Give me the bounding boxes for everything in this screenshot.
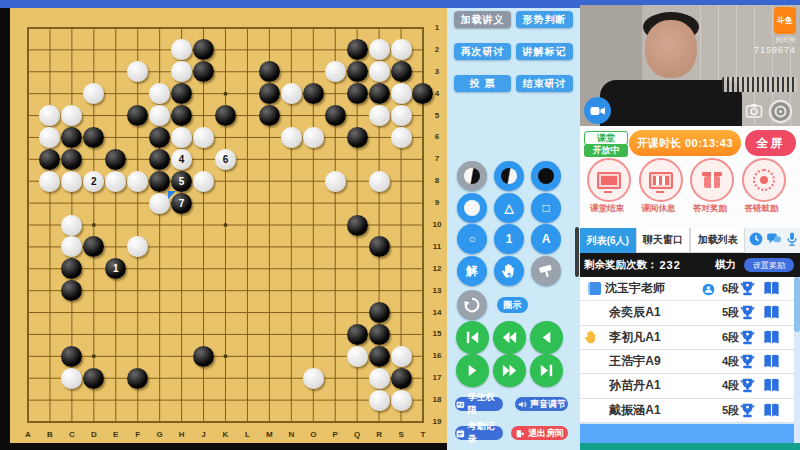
tool-white-stone[interactable] — [457, 193, 487, 223]
col-label-B: B — [44, 430, 56, 439]
tool-square-mark[interactable]: □ — [531, 193, 561, 223]
stone-black-H5[interactable] — [171, 105, 192, 126]
stone-white-S18[interactable] — [391, 390, 412, 411]
roster-tabs: 列表(6人)聊天窗口加载列表 — [580, 228, 800, 253]
list-scrollbar-thumb[interactable] — [794, 277, 800, 332]
stone-white-N6[interactable] — [281, 127, 302, 148]
book-icon[interactable] — [762, 401, 781, 424]
stone-black-M4[interactable] — [259, 83, 280, 104]
row-label-14: 14 — [429, 308, 445, 317]
row-label-3: 3 — [429, 67, 445, 76]
chat-icon[interactable] — [766, 231, 782, 251]
stone-black-S3[interactable] — [391, 61, 412, 82]
microphone-icon[interactable] — [784, 231, 800, 251]
quick-action-monitor-button[interactable] — [587, 158, 631, 202]
col-label-Q: Q — [351, 430, 363, 439]
student-rank: 6段 — [722, 326, 739, 349]
stone-white-H7[interactable]: 4 — [171, 149, 192, 170]
stone-black-H8[interactable]: 5 — [171, 171, 192, 192]
tool-half-stone-black-white[interactable] — [457, 161, 487, 191]
teacher-body — [600, 80, 742, 126]
student-name: 孙苗丹A1 — [585, 374, 685, 397]
room-number-watermark: 房间号 7159674 — [700, 35, 796, 55]
stone-white-D8[interactable]: 2 — [83, 171, 104, 192]
stone-black-S17[interactable] — [391, 368, 412, 389]
panel-button-4[interactable]: 讲解标记 — [516, 43, 573, 60]
stone-white-N4[interactable] — [281, 83, 302, 104]
col-label-G: G — [154, 430, 166, 439]
last-move-triangle-marker — [168, 191, 176, 199]
stone-white-R18[interactable] — [369, 390, 390, 411]
row-label-9: 9 — [429, 198, 445, 207]
bottom-teal-bar — [580, 443, 800, 450]
student-row-3[interactable]: 李初凡A16段 — [580, 326, 794, 350]
stone-white-J8[interactable] — [193, 171, 214, 192]
student-row-4[interactable]: 王浩宇A94段 — [580, 350, 794, 374]
stone-black-K5[interactable] — [215, 105, 236, 126]
bottom-black-strip — [0, 443, 447, 450]
col-label-S: S — [395, 430, 407, 439]
stone-white-S5[interactable] — [391, 105, 412, 126]
duration-time: 00:13:43 — [685, 137, 733, 149]
svg-text:5: 5 — [507, 272, 511, 279]
row-label-10: 10 — [429, 220, 445, 229]
student-name: 余奕辰A1 — [585, 301, 685, 324]
stone-black-Q6[interactable] — [347, 127, 368, 148]
trophy-icon[interactable] — [738, 352, 757, 375]
col-label-L: L — [241, 430, 253, 439]
stone-white-K7[interactable]: 6 — [215, 149, 236, 170]
row-label-5: 5 — [429, 111, 445, 120]
stone-black-Q4[interactable] — [347, 83, 368, 104]
reward-label: 剩余奖励次数： — [584, 258, 658, 272]
col-label-D: D — [88, 430, 100, 439]
col-label-E: E — [110, 430, 122, 439]
playback-skip-start[interactable] — [456, 321, 489, 354]
col-label-P: P — [329, 430, 341, 439]
stone-black-M5[interactable] — [259, 105, 280, 126]
trophy-icon[interactable] — [738, 401, 757, 424]
stone-black-E7[interactable] — [105, 149, 126, 170]
col-label-H: H — [176, 430, 188, 439]
student-name: 沈玉宇老师 — [585, 277, 685, 300]
room-number-label: 房间号 — [700, 35, 796, 45]
stone-white-Q16[interactable] — [347, 346, 368, 367]
reward-strip: 剩余奖励次数： 232 棋力 设置奖励 — [580, 253, 800, 277]
col-label-R: R — [373, 430, 385, 439]
col-label-K: K — [219, 430, 231, 439]
quick-action-label: 答错鼓励 — [736, 203, 788, 215]
teacher-webcam: 斗鱼 房间号 7159674 — [580, 5, 800, 126]
row-label-4: 4 — [429, 89, 445, 98]
fullscreen-button[interactable]: 全屏 — [745, 130, 796, 156]
stone-white-C17[interactable] — [61, 368, 82, 389]
student-rank: 4段 — [722, 350, 739, 373]
douyu-logo: 斗鱼 — [774, 7, 796, 34]
playback-rewind[interactable] — [493, 321, 526, 354]
tool-half-stone-white-black[interactable] — [494, 161, 524, 191]
stone-black-R14[interactable] — [369, 302, 390, 323]
col-label-F: F — [132, 430, 144, 439]
stone-black-P5[interactable] — [325, 105, 346, 126]
book-icon[interactable] — [762, 376, 781, 399]
stone-white-E8[interactable] — [105, 171, 126, 192]
stone-white-P8[interactable] — [325, 171, 346, 192]
stone-black-R11[interactable] — [369, 236, 390, 257]
student-rank: 6段 — [722, 277, 739, 300]
app-window: 462571 ABCDEFGHJKLMNOPQRST12345678910111… — [0, 0, 800, 450]
row-label-19: 19 — [429, 417, 445, 426]
panel-scrollbar[interactable] — [575, 227, 579, 277]
col-label-O: O — [307, 430, 319, 439]
stone-black-R16[interactable] — [369, 346, 390, 367]
stone-black-Q2[interactable] — [347, 39, 368, 60]
stone-black-M3[interactable] — [259, 61, 280, 82]
col-label-T: T — [417, 430, 429, 439]
panel-button-6[interactable]: 结束研讨 — [516, 75, 573, 92]
quick-action-medal-button[interactable] — [742, 158, 786, 202]
room-button-exit[interactable]: 退出房间 — [511, 426, 568, 440]
video-call-button[interactable] — [584, 97, 611, 124]
student-name: 戴振涵A1 — [585, 399, 685, 422]
tool-eraser-roller[interactable] — [531, 256, 561, 286]
row-label-8: 8 — [429, 176, 445, 185]
stone-white-C10[interactable] — [61, 215, 82, 236]
col-label-C: C — [66, 430, 78, 439]
stone-white-P3[interactable] — [325, 61, 346, 82]
strength-label: 棋力 — [715, 258, 736, 272]
student-row-6[interactable]: 戴振涵A15段 — [580, 399, 794, 423]
room-button-id-card[interactable]: 学生权限 — [455, 397, 503, 411]
stone-white-C8[interactable] — [61, 171, 82, 192]
student-rank: 5段 — [722, 399, 739, 422]
student-rank: 5段 — [722, 301, 739, 324]
col-label-A: A — [22, 430, 34, 439]
camcorder-icon — [588, 101, 608, 121]
stone-black-Q15[interactable] — [347, 324, 368, 345]
student-name: 李初凡A1 — [585, 326, 685, 349]
row-label-16: 16 — [429, 351, 445, 360]
stone-black-O4[interactable] — [303, 83, 324, 104]
col-label-N: N — [285, 430, 297, 439]
selected-empty-row[interactable] — [580, 424, 794, 443]
tool-answer[interactable]: 解 — [457, 256, 487, 286]
playback-step-back[interactable] — [530, 321, 563, 354]
student-list: 沈玉宇老师6段余奕辰A15段李初凡A16段王浩宇A94段孙苗丹A14段戴振涵A1… — [580, 277, 794, 423]
student-rank: 4段 — [722, 374, 739, 397]
panel-button-5[interactable]: 投 票 — [454, 75, 511, 92]
teacher-face — [645, 20, 697, 78]
stone-white-S16[interactable] — [391, 346, 412, 367]
row-label-12: 12 — [429, 264, 445, 273]
class-duration: 开课时长 00:13:43 — [629, 130, 741, 156]
panel-button-3[interactable]: 再次研讨 — [454, 43, 511, 60]
col-label-J: J — [198, 430, 210, 439]
student-name: 王浩宇A9 — [585, 350, 685, 373]
history-clock-icon[interactable] — [748, 231, 764, 251]
stone-black-J16[interactable] — [193, 346, 214, 367]
trophy-icon[interactable] — [738, 376, 757, 399]
row-label-15: 15 — [429, 329, 445, 338]
col-label-M: M — [263, 430, 275, 439]
stone-white-S2[interactable] — [391, 39, 412, 60]
stone-white-F8[interactable] — [127, 171, 148, 192]
row-label-11: 11 — [429, 242, 445, 251]
class-open-status: 开放中 — [584, 144, 628, 157]
trophy-icon[interactable] — [738, 303, 757, 326]
playback-skip-end[interactable] — [530, 354, 563, 387]
stone-black-G6[interactable] — [149, 127, 170, 148]
row-label-2: 2 — [429, 45, 445, 54]
book-icon[interactable] — [762, 328, 781, 351]
stone-white-R2[interactable] — [369, 39, 390, 60]
stone-black-G7[interactable] — [149, 149, 170, 170]
stone-white-S6[interactable] — [391, 127, 412, 148]
tab-3[interactable]: 加载列表 — [690, 228, 745, 253]
circle-mark-button[interactable]: 圈示 — [497, 297, 528, 313]
tool-refresh[interactable] — [457, 290, 487, 320]
quick-action-gift-button[interactable] — [690, 158, 734, 202]
class-info-bar: 课堂 开放中 开课时长 00:13:43 全屏 课堂结束课间休息答对奖励答错鼓励 — [580, 126, 800, 231]
class-badge: 课堂 — [584, 131, 628, 145]
trophy-icon[interactable] — [738, 279, 757, 302]
stone-white-R8[interactable] — [369, 171, 390, 192]
stone-white-S4[interactable] — [391, 83, 412, 104]
book-icon[interactable] — [762, 303, 781, 326]
board-left-black-bar — [0, 8, 10, 443]
quick-action-label: 课间休息 — [633, 203, 685, 215]
stone-white-R3[interactable] — [369, 61, 390, 82]
row-label-18: 18 — [429, 395, 445, 404]
stone-white-O17[interactable] — [303, 368, 324, 389]
stone-black-H9[interactable]: 7 — [171, 193, 192, 214]
stone-black-R15[interactable] — [369, 324, 390, 345]
quick-action-label: 课堂结束 — [581, 203, 633, 215]
stone-white-O6[interactable] — [303, 127, 324, 148]
playback-play[interactable] — [456, 354, 489, 387]
stone-black-Q10[interactable] — [347, 215, 368, 236]
panel-button-2[interactable]: 形势判断 — [516, 11, 573, 28]
playback-fast-forward[interactable] — [493, 354, 526, 387]
reward-settings-button[interactable]: 设置奖励 — [744, 258, 794, 272]
duration-label: 开课时长 — [637, 136, 681, 151]
book-icon[interactable] — [762, 279, 781, 302]
panel-button-1[interactable]: 加载讲义 — [454, 11, 511, 28]
row-label-17: 17 — [429, 373, 445, 382]
room-button-calendar[interactable]: 考勤记录 — [455, 426, 503, 440]
qr-watermark — [722, 77, 797, 92]
stone-white-G9[interactable] — [149, 193, 170, 214]
tool-triangle-mark[interactable]: △ — [494, 193, 524, 223]
camera-icon[interactable] — [743, 101, 765, 121]
stone-white-J6[interactable] — [193, 127, 214, 148]
stone-black-G8[interactable] — [149, 171, 170, 192]
tool-hand-try[interactable]: 5 — [494, 256, 524, 286]
teacher-role-icon — [702, 282, 715, 300]
quick-action-monitor-pause-button[interactable] — [639, 158, 683, 202]
book-icon[interactable] — [762, 352, 781, 375]
tool-black-stone[interactable] — [531, 161, 561, 191]
row-label-6: 6 — [429, 132, 445, 141]
row-label-13: 13 — [429, 286, 445, 295]
stone-white-R5[interactable] — [369, 105, 390, 126]
student-row-5[interactable]: 孙苗丹A14段 — [580, 374, 794, 398]
student-row-2[interactable]: 余奕辰A15段 — [580, 301, 794, 325]
student-row-1[interactable]: 沈玉宇老师6段 — [580, 277, 794, 301]
stone-black-F17[interactable] — [127, 368, 148, 389]
filter-icon[interactable] — [768, 99, 793, 124]
stone-white-R17[interactable] — [369, 368, 390, 389]
quick-action-label: 答对奖励 — [684, 203, 736, 215]
row-label-1: 1 — [429, 23, 445, 32]
room-number-value: 7159674 — [700, 45, 796, 55]
trophy-icon[interactable] — [738, 328, 757, 351]
reward-count: 232 — [660, 259, 681, 271]
stone-black-D17[interactable] — [83, 368, 104, 389]
tab-1[interactable]: 列表(6人) — [580, 228, 636, 253]
room-button-speaker[interactable]: 声音调节 — [515, 397, 568, 411]
stone-white-H6[interactable] — [171, 127, 192, 148]
row-label-7: 7 — [429, 154, 445, 163]
stone-black-R4[interactable] — [369, 83, 390, 104]
tab-2[interactable]: 聊天窗口 — [636, 228, 691, 253]
stone-black-Q3[interactable] — [347, 61, 368, 82]
